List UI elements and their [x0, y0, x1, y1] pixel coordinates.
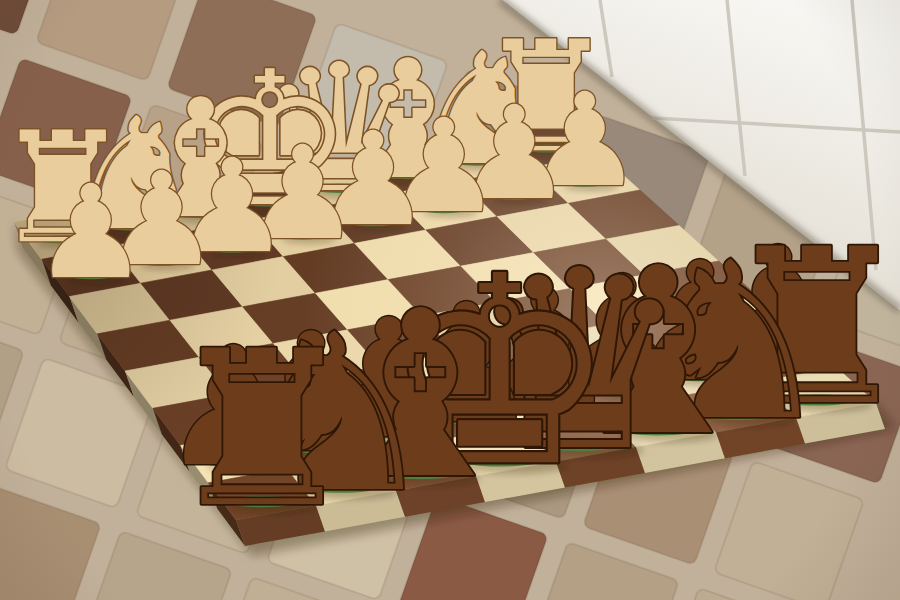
scene-canvas: ♜♞♝♟♛♟♚♟♝♟♞♟♜♟♟♟♟♟♟♜♟♞♟♝♟♛♟♚♟♝♞♜ [0, 0, 900, 600]
chess-photo-scene: Overhead-angle photo of a wooden Staunto… [0, 0, 900, 600]
photo-vignette [0, 0, 900, 600]
